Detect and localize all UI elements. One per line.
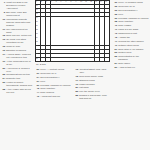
cell-number: 16: [36, 5, 38, 7]
white-cell[interactable]: [75, 9, 79, 13]
white-cell[interactable]: [100, 54, 104, 58]
clue-item-down: 47.Curious the other danger: [113, 40, 149, 43]
white-cell[interactable]: [90, 5, 94, 9]
white-cell[interactable]: [85, 29, 89, 33]
white-cell[interactable]: [70, 46, 74, 50]
clue-text: Warehouse markets scheme lanes after fir…: [6, 18, 33, 27]
white-cell[interactable]: [65, 17, 69, 21]
white-cell[interactable]: [90, 33, 94, 37]
clue-item-down: 35.Love: [113, 13, 149, 16]
white-cell[interactable]: [55, 25, 59, 29]
clue-item-down: 57.Suite whole: [113, 62, 149, 65]
clue-item-across: 28.A tiny vessel with an old MP unit: [1, 88, 33, 94]
white-cell[interactable]: [105, 58, 109, 62]
white-cell[interactable]: [46, 37, 50, 41]
clue-item: 37.Love: [35, 80, 71, 83]
white-cell[interactable]: [90, 54, 94, 58]
white-cell[interactable]: 13: [95, 1, 99, 5]
white-cell[interactable]: [85, 58, 89, 62]
white-cell[interactable]: [95, 21, 99, 25]
cell-number: 2: [41, 1, 42, 3]
white-cell[interactable]: [90, 37, 94, 41]
clue-text: Equation is offering: [6, 49, 33, 52]
clue-text: Perusals, flamingo or calories: [40, 84, 71, 87]
clue-item-down: 40.Race classic: [113, 24, 149, 27]
white-cell[interactable]: [60, 29, 64, 33]
white-cell[interactable]: [105, 9, 109, 13]
clue-text: A dab of this evil: [118, 66, 149, 69]
white-cell[interactable]: [65, 9, 69, 13]
white-cell[interactable]: [51, 13, 55, 17]
white-cell[interactable]: 8: [70, 1, 74, 5]
white-cell[interactable]: [85, 9, 89, 13]
white-cell[interactable]: [65, 41, 69, 45]
white-cell[interactable]: [65, 50, 69, 54]
white-cell[interactable]: [41, 46, 45, 50]
white-cell[interactable]: [90, 29, 94, 33]
white-cell[interactable]: [85, 17, 89, 21]
white-cell[interactable]: [95, 54, 99, 58]
white-cell[interactable]: [80, 58, 84, 62]
white-cell[interactable]: [75, 54, 79, 58]
clue-item-down: 45.A sharp tap: [113, 36, 149, 39]
white-cell[interactable]: [95, 41, 99, 45]
clue-text: SW's declaration 'I': [40, 76, 71, 79]
white-cell[interactable]: [41, 50, 45, 54]
white-cell[interactable]: [85, 50, 89, 54]
white-cell[interactable]: [51, 46, 55, 50]
white-cell[interactable]: [70, 29, 74, 33]
white-cell[interactable]: [46, 5, 50, 9]
white-cell[interactable]: [80, 50, 84, 54]
cell-number: 20: [36, 21, 38, 23]
white-cell[interactable]: [105, 54, 109, 58]
white-cell[interactable]: [75, 25, 79, 29]
white-cell[interactable]: [41, 9, 45, 13]
white-cell[interactable]: [95, 33, 99, 37]
white-cell[interactable]: [51, 58, 55, 62]
white-cell[interactable]: [46, 33, 50, 37]
clue-item-down: 55.Concentrated by the squadron: [113, 55, 149, 61]
clue-item-down: 53.Neither loom: [113, 51, 149, 54]
white-cell[interactable]: [80, 25, 84, 29]
white-cell[interactable]: [51, 5, 55, 9]
cell-number: 11: [85, 1, 87, 3]
white-cell[interactable]: [105, 5, 109, 9]
white-cell[interactable]: [90, 46, 94, 50]
white-cell[interactable]: [55, 54, 59, 58]
white-cell[interactable]: [70, 9, 74, 13]
white-cell[interactable]: [75, 46, 79, 50]
white-cell[interactable]: [70, 54, 74, 58]
clue-text: Concentrated by the squadron: [118, 55, 149, 61]
white-cell[interactable]: [100, 58, 104, 62]
white-cell[interactable]: [51, 33, 55, 37]
clue-text: Solid latch in 'un' antique: [118, 48, 149, 51]
white-cell[interactable]: [70, 17, 74, 21]
clue-item: 73.'Greatest Effort' runs, calls 'The': [74, 68, 110, 74]
clue-text: A tiny vessel with an old MP unit: [6, 88, 33, 94]
white-cell[interactable]: [41, 5, 45, 9]
white-cell[interactable]: [51, 21, 55, 25]
white-cell[interactable]: [95, 29, 99, 33]
white-cell[interactable]: [51, 50, 55, 54]
white-cell[interactable]: [75, 5, 79, 9]
down-clues-column: 30.Merry, in pressed carols32.Genovese s…: [113, 1, 149, 149]
clue-text: Oil coins, one stars unearthed on hill: [6, 38, 33, 44]
white-cell[interactable]: 12: [90, 1, 94, 5]
clue-item-down: 49.Nutshell stock blend: [113, 44, 149, 47]
white-cell[interactable]: [55, 37, 59, 41]
white-cell[interactable]: [55, 21, 59, 25]
cell-number: 12: [90, 1, 92, 3]
white-cell[interactable]: [55, 5, 59, 9]
white-cell[interactable]: [65, 54, 69, 58]
white-cell[interactable]: [80, 54, 84, 58]
white-cell[interactable]: [85, 37, 89, 41]
cell-number: 6: [61, 1, 62, 3]
white-cell[interactable]: [46, 54, 50, 58]
white-cell[interactable]: [105, 37, 109, 41]
white-cell[interactable]: [80, 13, 84, 17]
white-cell[interactable]: 14: [100, 1, 104, 5]
clue-item: 44.Race marked: [35, 91, 71, 94]
white-cell[interactable]: [60, 9, 64, 13]
white-cell[interactable]: [60, 25, 64, 29]
white-cell[interactable]: [80, 46, 84, 50]
white-cell[interactable]: [80, 9, 84, 13]
white-cell[interactable]: [70, 33, 74, 37]
white-cell[interactable]: [55, 58, 59, 62]
cell-number: 5: [56, 1, 57, 3]
white-cell[interactable]: [60, 50, 64, 54]
white-cell[interactable]: [105, 50, 109, 54]
cell-number: 29: [36, 58, 38, 60]
white-cell[interactable]: [75, 29, 79, 33]
white-cell[interactable]: [90, 21, 94, 25]
white-cell[interactable]: [70, 5, 74, 9]
clue-text: Race marked: [40, 91, 71, 94]
white-cell[interactable]: [41, 41, 45, 45]
white-cell[interactable]: [75, 37, 79, 41]
white-cell[interactable]: [105, 41, 109, 45]
clue-text: Diameter trim: [6, 77, 33, 80]
white-cell[interactable]: [95, 5, 99, 9]
white-cell[interactable]: [65, 29, 69, 33]
clue-text: Race classic: [118, 24, 149, 27]
clue-text: Neither loom: [118, 51, 149, 54]
clue-item: 42.Gone together: [35, 87, 71, 90]
white-cell[interactable]: [51, 29, 55, 33]
white-cell[interactable]: [70, 21, 74, 25]
white-cell[interactable]: [105, 21, 109, 25]
clue-item: 31.Genovese s'il P.: [35, 72, 71, 75]
white-cell[interactable]: 4: [51, 1, 55, 5]
clue-item-across: 15.Close by dale: [1, 45, 33, 48]
white-cell[interactable]: 3: [46, 1, 50, 5]
white-cell[interactable]: [75, 50, 79, 54]
white-cell[interactable]: [100, 9, 104, 13]
white-cell[interactable]: 10: [80, 1, 84, 5]
white-cell[interactable]: [46, 13, 50, 17]
clue-item: 83.Like the Rome lever: [74, 90, 110, 93]
white-cell[interactable]: 5: [55, 1, 59, 5]
white-cell[interactable]: [46, 46, 50, 50]
white-cell[interactable]: [100, 13, 104, 17]
white-cell[interactable]: [90, 50, 94, 54]
white-cell[interactable]: [41, 13, 45, 17]
white-cell[interactable]: [95, 50, 99, 54]
white-cell[interactable]: [51, 25, 55, 29]
white-cell[interactable]: 11: [85, 1, 89, 5]
white-cell[interactable]: [80, 21, 84, 25]
white-cell[interactable]: [85, 54, 89, 58]
white-cell[interactable]: [105, 46, 109, 50]
white-cell[interactable]: [80, 37, 84, 41]
white-cell[interactable]: [65, 58, 69, 62]
white-cell[interactable]: [85, 33, 89, 37]
clue-item: 77.Stallion's crops: [74, 79, 110, 82]
clue-item: 39.Perusals, flamingo or calories: [35, 84, 71, 87]
white-cell[interactable]: [46, 17, 50, 21]
white-cell[interactable]: [105, 25, 109, 29]
cell-number: 7: [66, 1, 67, 3]
white-cell[interactable]: [100, 17, 104, 21]
clue-text: A rock's share, removed left, repeated o…: [6, 53, 33, 59]
white-cell[interactable]: [41, 21, 45, 25]
white-cell[interactable]: [80, 29, 84, 33]
white-cell[interactable]: [85, 21, 89, 25]
white-cell[interactable]: [100, 33, 104, 37]
cell-number: 14: [100, 1, 102, 3]
white-cell[interactable]: [100, 37, 104, 41]
white-cell[interactable]: [55, 9, 59, 13]
cell-number: 19: [36, 17, 38, 19]
cell-number: 22: [36, 29, 38, 31]
white-cell[interactable]: [46, 29, 50, 33]
clue-item: 29.Merry, 'A portrait' carols: [35, 68, 71, 71]
cell-number: 15: [105, 1, 107, 3]
white-cell[interactable]: 6: [60, 1, 64, 5]
white-cell[interactable]: [70, 13, 74, 17]
white-cell[interactable]: [90, 41, 94, 45]
white-cell[interactable]: [65, 37, 69, 41]
clue-text: Gone together: [40, 87, 71, 90]
white-cell[interactable]: [46, 50, 50, 54]
white-cell[interactable]: 15: [105, 1, 109, 5]
white-cell[interactable]: [41, 29, 45, 33]
white-cell[interactable]: [105, 13, 109, 17]
white-cell[interactable]: [75, 21, 79, 25]
white-cell[interactable]: [46, 21, 50, 25]
white-cell[interactable]: [75, 17, 79, 21]
white-cell[interactable]: 29: [36, 58, 40, 62]
clue-item: 75.New moon group, finds: [74, 75, 110, 78]
white-cell[interactable]: [70, 50, 74, 54]
clue-text: At the condensed run of all six: [6, 60, 33, 66]
white-cell[interactable]: [65, 5, 69, 9]
white-cell[interactable]: [85, 5, 89, 9]
white-cell[interactable]: [65, 46, 69, 50]
white-cell[interactable]: [95, 37, 99, 41]
white-cell[interactable]: [55, 50, 59, 54]
clue-text: A sharp tap: [118, 36, 149, 39]
clue-text: Stallion's crops: [79, 79, 110, 82]
clue-item-across: 12.2001 film role, setup unit: [1, 34, 33, 37]
white-cell[interactable]: [46, 9, 50, 13]
white-cell[interactable]: [46, 41, 50, 45]
cell-number: 1: [36, 1, 37, 3]
white-cell[interactable]: [65, 33, 69, 37]
white-cell[interactable]: [41, 58, 45, 62]
clue-text: SW's declaration 'I': [118, 9, 149, 12]
white-cell[interactable]: [70, 37, 74, 41]
white-cell[interactable]: 9: [75, 1, 79, 5]
white-cell[interactable]: [95, 25, 99, 29]
clue-item-across: 11.Tiny improvement on short: [1, 28, 33, 34]
white-cell[interactable]: [95, 9, 99, 13]
clue-item-across: 13.Oil coins, one stars unearthed on hil…: [1, 38, 33, 44]
clue-text: Curious the other danger: [118, 40, 149, 43]
white-cell[interactable]: [60, 37, 64, 41]
clue-item-down: 33.SW's declaration 'I': [113, 9, 149, 12]
white-cell[interactable]: [55, 17, 59, 21]
clue-text: 2001 film role, setup unit: [6, 34, 33, 37]
white-cell[interactable]: [60, 21, 64, 25]
white-cell[interactable]: [95, 46, 99, 50]
white-cell[interactable]: [55, 41, 59, 45]
clue-item-down: 38.Gone together: [113, 20, 149, 23]
clue-item: 81.List hand: [74, 86, 110, 89]
white-cell[interactable]: [65, 13, 69, 17]
white-cell[interactable]: [70, 25, 74, 29]
white-cell[interactable]: [51, 9, 55, 13]
clue-item-down: 30.Merry, in pressed carols: [113, 1, 149, 4]
white-cell[interactable]: [60, 33, 64, 37]
clue-item-across: 19.At the condensed run of all six: [1, 60, 33, 66]
clue-text: Nutshell stock blend: [118, 44, 149, 47]
white-cell[interactable]: [105, 33, 109, 37]
white-cell[interactable]: [60, 41, 64, 45]
white-cell[interactable]: [100, 21, 104, 25]
white-cell[interactable]: [46, 58, 50, 62]
across-clues-column: 1.What Will Saw in old Evergreen Flexibl…: [1, 1, 33, 149]
white-cell[interactable]: [105, 17, 109, 21]
white-cell[interactable]: [90, 25, 94, 29]
white-cell[interactable]: [85, 13, 89, 17]
white-cell[interactable]: [100, 41, 104, 45]
cell-number: 18: [36, 13, 38, 15]
white-cell[interactable]: [60, 17, 64, 21]
clue-text: Merry, 'A portrait' carols: [40, 68, 71, 71]
white-cell[interactable]: [75, 41, 79, 45]
white-cell[interactable]: [100, 50, 104, 54]
clue-text: Close by dale: [6, 45, 33, 48]
clue-item-down: 51.Solid latch in 'un' antique: [113, 48, 149, 51]
white-cell[interactable]: [95, 13, 99, 17]
white-cell[interactable]: [105, 29, 109, 33]
white-cell[interactable]: [41, 25, 45, 29]
clue-item-down: 59.A dab of this evil: [113, 66, 149, 69]
white-cell[interactable]: 2: [41, 1, 45, 5]
white-cell[interactable]: [80, 17, 84, 21]
white-cell[interactable]: [60, 13, 64, 17]
white-cell[interactable]: [41, 33, 45, 37]
white-cell[interactable]: [75, 58, 79, 62]
bottom-left-clues-column: 29.Merry, 'A portrait' carols31.Genovese…: [35, 68, 71, 149]
white-cell[interactable]: [41, 37, 45, 41]
white-cell[interactable]: [41, 17, 45, 21]
white-cell[interactable]: [90, 9, 94, 13]
white-cell[interactable]: [95, 17, 99, 21]
white-cell[interactable]: [80, 5, 84, 9]
cell-number: 27: [36, 49, 38, 51]
white-cell[interactable]: [75, 33, 79, 37]
cell-number: 23: [36, 33, 38, 35]
white-cell[interactable]: [85, 25, 89, 29]
cell-number: 26: [36, 45, 38, 47]
white-cell[interactable]: [75, 13, 79, 17]
white-cell[interactable]: [51, 54, 55, 58]
white-cell[interactable]: [60, 54, 64, 58]
clue-text: Trombonist pair for trial: [6, 73, 33, 76]
white-cell[interactable]: [100, 25, 104, 29]
bottom-right-clues-column: 73.'Greatest Effort' runs, calls 'The'75…: [74, 68, 110, 149]
white-cell[interactable]: [85, 41, 89, 45]
clue-text: Perusals, flamingo or calories: [118, 17, 149, 20]
white-cell[interactable]: [85, 46, 89, 50]
white-cell[interactable]: [65, 21, 69, 25]
white-cell[interactable]: [46, 25, 50, 29]
clue-text: 'Greatest Effort' runs, calls 'The': [79, 68, 110, 74]
white-cell[interactable]: [65, 25, 69, 29]
white-cell[interactable]: [100, 5, 104, 9]
white-cell[interactable]: [100, 29, 104, 33]
clue-text: Like the Rome lever: [79, 90, 110, 93]
white-cell[interactable]: [70, 58, 74, 62]
clue-text: A small bat and clip: [40, 95, 71, 98]
white-cell[interactable]: [90, 58, 94, 62]
white-cell[interactable]: [60, 58, 64, 62]
white-cell[interactable]: [51, 17, 55, 21]
clue-text: Lamb is a foe glass: [118, 28, 149, 31]
clue-text: Bar room, calm 'Em' improvement: [6, 11, 33, 17]
white-cell[interactable]: [55, 33, 59, 37]
white-cell[interactable]: [55, 46, 59, 50]
white-cell[interactable]: [95, 58, 99, 62]
white-cell[interactable]: [51, 37, 55, 41]
white-cell[interactable]: [41, 54, 45, 58]
clue-text: List hand: [79, 86, 110, 89]
white-cell[interactable]: [60, 5, 64, 9]
white-cell[interactable]: [70, 41, 74, 45]
clue-item-across: 20.A mixed for 2, comes a level: [1, 67, 33, 73]
cell-number: 28: [36, 53, 38, 55]
white-cell[interactable]: [51, 41, 55, 45]
white-cell[interactable]: [80, 41, 84, 45]
white-cell[interactable]: [55, 13, 59, 17]
white-cell[interactable]: [80, 33, 84, 37]
cell-number: 10: [80, 1, 82, 3]
clue-item-down: 41.Lamb is a foe glass: [113, 28, 149, 31]
clue-text: Suite whole: [118, 62, 149, 65]
white-cell[interactable]: 7: [65, 1, 69, 5]
white-cell[interactable]: [90, 17, 94, 21]
white-cell[interactable]: [90, 13, 94, 17]
white-cell[interactable]: [60, 46, 64, 50]
white-cell[interactable]: [55, 29, 59, 33]
white-cell[interactable]: [100, 46, 104, 50]
